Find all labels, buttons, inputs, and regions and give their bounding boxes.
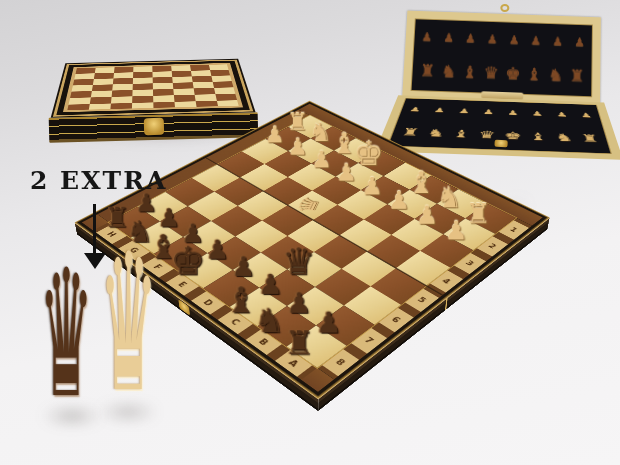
stowed-piece: ♞ [548, 67, 563, 84]
stowed-piece: ♟ [507, 109, 518, 116]
stowed-pawns-row: ♟♟♟♟♟♟♟♟ [417, 30, 588, 47]
stowed-piece: ♜ [569, 68, 584, 85]
product-photo-chess-set: { "game": "chess", "annotation": { "labe… [0, 0, 620, 465]
brass-clasp-icon [494, 140, 507, 147]
stowed-piece: ♛ [483, 65, 499, 82]
stowed-piece: ♟ [574, 36, 585, 48]
dark-rook: ♜ [278, 327, 321, 359]
stowed-piece: ♟ [421, 31, 432, 43]
stowed-piece: ♝ [526, 66, 542, 83]
stowed-piece: ♚ [505, 65, 521, 82]
spare-light-queen: ♛ [100, 229, 151, 419]
stowed-piece: ♟ [465, 32, 476, 44]
stowed-piece: ♟ [580, 112, 593, 119]
spare-queens: ♛ ♛ [0, 270, 240, 423]
hinge-seam [445, 297, 448, 310]
stowed-piece: ♟ [509, 34, 520, 46]
stowed-piece: ♟ [443, 31, 454, 43]
fallen-light-queen: ♛ [293, 195, 324, 216]
stowed-piece: ♟ [483, 108, 495, 115]
stowed-piece: ♚ [504, 130, 522, 141]
hanging-hook-icon [500, 4, 509, 12]
stowed-piece: ♝ [529, 131, 547, 142]
stowed-piece: ♟ [531, 110, 543, 117]
square-e5 [262, 205, 313, 236]
spare-dark-queen: ♛ [40, 247, 91, 423]
stowed-piece: ♟ [556, 111, 568, 118]
stowed-piece: ♟ [487, 33, 498, 45]
extra-pieces-label: 2 EXTRA [30, 166, 167, 195]
stowed-piece: ♟ [530, 34, 541, 46]
stowed-piece: ♟ [552, 35, 563, 47]
arrow-shaft [93, 204, 96, 254]
stowed-piece: ♞ [555, 132, 574, 143]
light-pawn: ♟ [438, 218, 475, 244]
stowed-piece: ♜ [580, 133, 600, 144]
